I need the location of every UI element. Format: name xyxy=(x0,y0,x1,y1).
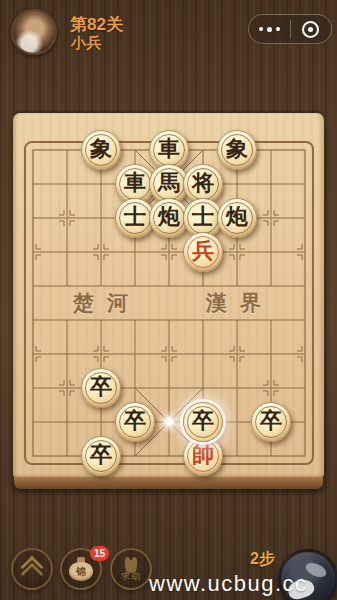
more-dots-icon xyxy=(276,27,280,31)
level-title: 第82关 xyxy=(70,13,123,36)
record-circle-icon xyxy=(302,21,319,38)
piece-卒[interactable]: 卒 xyxy=(251,402,291,442)
piece-炮[interactable]: 炮 xyxy=(217,198,257,238)
piece-卒[interactable]: 卒 xyxy=(81,436,121,476)
piece-象[interactable]: 象 xyxy=(217,130,257,170)
board-base-edge xyxy=(14,477,323,489)
player-avatar xyxy=(11,9,57,55)
app-screen: 第82关 小兵 楚河 漢界 象車象車馬将士炮士炮兵卒卒卒卒卒帥✦ 锦 xyxy=(0,0,337,600)
piece-卒[interactable]: 卒 xyxy=(183,402,223,442)
sparkle-effect: ✦ xyxy=(156,409,182,435)
chevron-up-icon xyxy=(24,559,40,582)
pieces-layer: 象車象車馬将士炮士炮兵卒卒卒卒卒帥✦ xyxy=(16,133,322,473)
hints-button[interactable]: 锦 15 xyxy=(60,548,102,590)
piece-卒[interactable]: 卒 xyxy=(81,368,121,408)
piece-帥[interactable]: 帥 xyxy=(183,436,223,476)
hint-bag-icon: 锦 xyxy=(69,557,93,581)
more-dots-icon xyxy=(267,27,272,32)
help-button[interactable]: 求助 xyxy=(110,548,152,590)
hints-count-badge: 15 xyxy=(90,546,109,561)
board-grid-zone: 楚河 漢界 象車象車馬将士炮士炮兵卒卒卒卒卒帥✦ xyxy=(16,133,322,473)
piece-兵[interactable]: 兵 xyxy=(183,232,223,272)
collapse-button[interactable] xyxy=(11,548,53,590)
level-subtitle: 小兵 xyxy=(71,34,101,53)
help-label: 求助 xyxy=(118,570,144,583)
piece-象[interactable]: 象 xyxy=(81,130,121,170)
more-button[interactable] xyxy=(249,15,290,43)
exit-button[interactable] xyxy=(291,15,332,43)
wechat-capsule xyxy=(248,14,332,44)
xiangqi-board: 楚河 漢界 象車象車馬将士炮士炮兵卒卒卒卒卒帥✦ xyxy=(13,113,324,477)
watermark: www.ucbug.cc xyxy=(149,571,308,597)
steps-counter: 2步 xyxy=(250,549,275,570)
more-dots-icon xyxy=(259,27,263,31)
piece-卒[interactable]: 卒 xyxy=(115,402,155,442)
praying-hands-icon: 求助 xyxy=(118,556,144,582)
